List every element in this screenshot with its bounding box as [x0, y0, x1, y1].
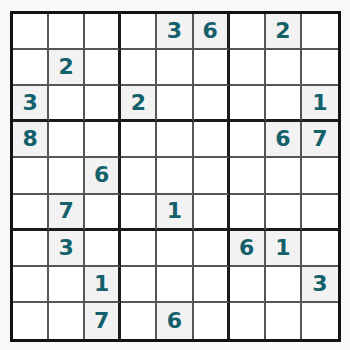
- cell-r6c6[interactable]: [194, 195, 230, 231]
- cell-r5c9[interactable]: [302, 158, 338, 194]
- cell-r3c3[interactable]: [85, 86, 121, 122]
- cell-r1c1[interactable]: [13, 14, 49, 50]
- cell-r7c9[interactable]: [302, 231, 338, 267]
- cell-r5c7[interactable]: [230, 158, 266, 194]
- sudoku-board: 36223218676713611376: [10, 11, 341, 342]
- cell-r6c9[interactable]: [302, 195, 338, 231]
- cell-r3c7[interactable]: [230, 86, 266, 122]
- cell-r4c7[interactable]: [230, 122, 266, 158]
- cell-r5c1[interactable]: [13, 158, 49, 194]
- cell-r1c5: 3: [157, 14, 193, 50]
- cell-r2c3[interactable]: [85, 50, 121, 86]
- cell-r7c2: 3: [49, 231, 85, 267]
- cell-r6c7[interactable]: [230, 195, 266, 231]
- cell-r4c5[interactable]: [157, 122, 193, 158]
- cell-r8c8[interactable]: [266, 267, 302, 303]
- cell-r6c2: 7: [49, 195, 85, 231]
- cell-r8c7[interactable]: [230, 267, 266, 303]
- cell-r9c8[interactable]: [266, 303, 302, 339]
- cell-r7c3[interactable]: [85, 231, 121, 267]
- cell-r5c5[interactable]: [157, 158, 193, 194]
- cell-r1c9[interactable]: [302, 14, 338, 50]
- cell-r2c9[interactable]: [302, 50, 338, 86]
- cell-r4c4[interactable]: [121, 122, 157, 158]
- cell-r4c6[interactable]: [194, 122, 230, 158]
- cell-r1c4[interactable]: [121, 14, 157, 50]
- cell-r1c2[interactable]: [49, 14, 85, 50]
- cell-r9c2[interactable]: [49, 303, 85, 339]
- cell-r8c4[interactable]: [121, 267, 157, 303]
- cell-r9c5: 6: [157, 303, 193, 339]
- cell-r5c4[interactable]: [121, 158, 157, 194]
- cell-r4c8: 6: [266, 122, 302, 158]
- cell-r9c4[interactable]: [121, 303, 157, 339]
- cell-r9c9[interactable]: [302, 303, 338, 339]
- cell-r7c4[interactable]: [121, 231, 157, 267]
- cell-r9c7[interactable]: [230, 303, 266, 339]
- cell-r6c3[interactable]: [85, 195, 121, 231]
- cell-r2c5[interactable]: [157, 50, 193, 86]
- cell-r2c1[interactable]: [13, 50, 49, 86]
- cell-r7c7: 6: [230, 231, 266, 267]
- cell-r8c6[interactable]: [194, 267, 230, 303]
- cell-r1c3[interactable]: [85, 14, 121, 50]
- cell-r2c2: 2: [49, 50, 85, 86]
- cell-r6c4[interactable]: [121, 195, 157, 231]
- cell-r1c8: 2: [266, 14, 302, 50]
- cell-r8c3: 1: [85, 267, 121, 303]
- cell-r8c5[interactable]: [157, 267, 193, 303]
- cell-r9c1[interactable]: [13, 303, 49, 339]
- cell-r9c3: 7: [85, 303, 121, 339]
- cell-r3c6[interactable]: [194, 86, 230, 122]
- cell-r5c2[interactable]: [49, 158, 85, 194]
- cell-r8c9: 3: [302, 267, 338, 303]
- cell-r8c2[interactable]: [49, 267, 85, 303]
- cell-r6c8[interactable]: [266, 195, 302, 231]
- cell-r4c9: 7: [302, 122, 338, 158]
- cell-r4c2[interactable]: [49, 122, 85, 158]
- cell-r1c6: 6: [194, 14, 230, 50]
- cell-r2c8[interactable]: [266, 50, 302, 86]
- cell-r5c6[interactable]: [194, 158, 230, 194]
- cell-r7c5[interactable]: [157, 231, 193, 267]
- cell-r4c1: 8: [13, 122, 49, 158]
- cell-r7c6[interactable]: [194, 231, 230, 267]
- cell-r8c1[interactable]: [13, 267, 49, 303]
- cell-r2c4[interactable]: [121, 50, 157, 86]
- cell-r3c1: 3: [13, 86, 49, 122]
- cell-r5c3: 6: [85, 158, 121, 194]
- cell-r7c1[interactable]: [13, 231, 49, 267]
- cell-r7c8: 1: [266, 231, 302, 267]
- cell-r6c1[interactable]: [13, 195, 49, 231]
- cell-r3c8[interactable]: [266, 86, 302, 122]
- cell-r9c6[interactable]: [194, 303, 230, 339]
- cell-r3c5[interactable]: [157, 86, 193, 122]
- cell-r2c7[interactable]: [230, 50, 266, 86]
- cell-r3c9: 1: [302, 86, 338, 122]
- cell-r3c4: 2: [121, 86, 157, 122]
- cell-r1c7[interactable]: [230, 14, 266, 50]
- cell-r5c8[interactable]: [266, 158, 302, 194]
- cell-r2c6[interactable]: [194, 50, 230, 86]
- cell-r3c2[interactable]: [49, 86, 85, 122]
- cell-r4c3[interactable]: [85, 122, 121, 158]
- cell-r6c5: 1: [157, 195, 193, 231]
